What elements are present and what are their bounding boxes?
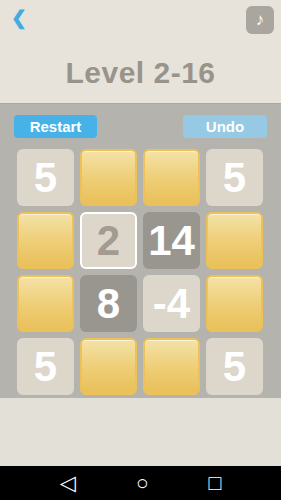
restart-button[interactable]: Restart: [14, 115, 97, 138]
tile-r3c2-value-8[interactable]: 8: [80, 275, 137, 332]
back-chevron-icon[interactable]: ❮: [11, 6, 27, 30]
tile-r4c3-blank[interactable]: [143, 338, 200, 395]
tile-r3c3-value--4[interactable]: -4: [143, 275, 200, 332]
music-note-icon: ♪: [256, 10, 265, 30]
level-title: Level 2-16: [0, 56, 281, 90]
music-toggle-button[interactable]: ♪: [246, 6, 274, 34]
undo-button[interactable]: Undo: [183, 115, 267, 138]
tile-r1c3-blank[interactable]: [143, 149, 200, 206]
board-grid: 552148-455: [17, 149, 263, 395]
tile-r4c4-value-5[interactable]: 5: [206, 338, 263, 395]
footer-strip: [0, 398, 281, 466]
tile-r4c1-value-5[interactable]: 5: [17, 338, 74, 395]
nav-recents-icon[interactable]: □: [208, 466, 221, 500]
tile-r3c1-blank[interactable]: [17, 275, 74, 332]
tile-r4c2-blank[interactable]: [80, 338, 137, 395]
tile-r1c2-blank[interactable]: [80, 149, 137, 206]
tile-r2c3-value-14[interactable]: 14: [143, 212, 200, 269]
tile-r2c4-blank[interactable]: [206, 212, 263, 269]
app-header: ❮ ♪ Level 2-16: [0, 0, 281, 104]
tile-r2c2-value-2[interactable]: 2: [80, 212, 137, 269]
tile-r2c1-blank[interactable]: [17, 212, 74, 269]
nav-home-icon[interactable]: ○: [136, 466, 149, 500]
android-navbar: ◁ ○ □: [0, 466, 281, 500]
nav-back-icon[interactable]: ◁: [60, 466, 76, 500]
tile-r1c1-value-5[interactable]: 5: [17, 149, 74, 206]
tile-r1c4-value-5[interactable]: 5: [206, 149, 263, 206]
tile-r3c4-blank[interactable]: [206, 275, 263, 332]
